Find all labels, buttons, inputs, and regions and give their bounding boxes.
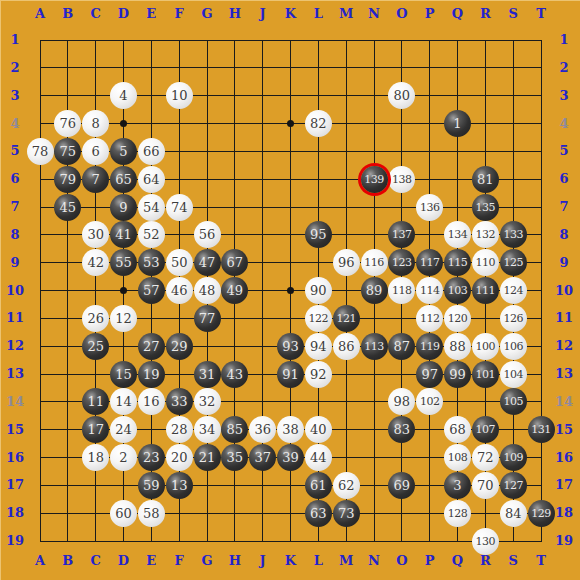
col-label-bottom-H: H [223, 554, 247, 568]
stone-N12-move-113[interactable]: 113 [361, 333, 388, 360]
col-label-bottom-D: D [112, 554, 136, 568]
stone-R9-move-110[interactable]: 110 [472, 249, 499, 276]
stone-D16-move-2[interactable]: 2 [110, 444, 137, 471]
stone-P13-move-97[interactable]: 97 [416, 361, 443, 388]
stone-E16-move-23[interactable]: 23 [138, 444, 165, 471]
stone-K15-move-38[interactable]: 38 [277, 416, 304, 443]
stone-move-number: 72 [477, 451, 494, 464]
stone-move-number: 75 [60, 145, 77, 158]
stone-move-number: 27 [143, 340, 160, 353]
stone-move-number: 10 [171, 89, 188, 102]
stone-F12-move-29[interactable]: 29 [166, 333, 193, 360]
stone-F9-move-50[interactable]: 50 [166, 249, 193, 276]
stone-D11-move-12[interactable]: 12 [110, 305, 137, 332]
stone-C11-move-26[interactable]: 26 [82, 305, 109, 332]
stone-E6-move-64[interactable]: 64 [138, 166, 165, 193]
col-label-bottom-K: K [279, 554, 303, 568]
stone-F10-move-46[interactable]: 46 [166, 277, 193, 304]
stone-G10-move-48[interactable]: 48 [194, 277, 221, 304]
stone-move-number: 138 [392, 174, 412, 185]
stone-move-number: 112 [420, 313, 440, 324]
stone-move-number: 4 [119, 89, 127, 102]
stone-Q15-move-68[interactable]: 68 [444, 416, 471, 443]
row-label-left-5: 5 [3, 144, 27, 158]
stone-E9-move-53[interactable]: 53 [138, 249, 165, 276]
stone-move-number: 65 [115, 173, 132, 186]
stone-move-number: 96 [338, 256, 355, 269]
stone-move-number: 41 [115, 228, 132, 241]
stone-move-number: 53 [143, 256, 160, 269]
col-label-bottom-S: S [501, 554, 525, 568]
stone-C6-move-7[interactable]: 7 [82, 166, 109, 193]
stone-F17-move-13[interactable]: 13 [166, 472, 193, 499]
stone-move-number: 128 [448, 508, 468, 519]
stone-F3-move-10[interactable]: 10 [166, 82, 193, 109]
stone-move-number: 133 [503, 229, 523, 240]
stone-move-number: 63 [310, 507, 327, 520]
col-label-bottom-G: G [195, 554, 219, 568]
stone-move-number: 122 [309, 313, 329, 324]
stone-R15-move-107[interactable]: 107 [472, 416, 499, 443]
row-label-left-19: 19 [3, 534, 27, 548]
col-label-top-B: B [56, 7, 80, 21]
stone-move-number: 129 [531, 508, 551, 519]
stone-H9-move-67[interactable]: 67 [221, 249, 248, 276]
stone-move-number: 56 [199, 228, 216, 241]
col-label-top-N: N [362, 7, 386, 21]
stone-S14-move-105[interactable]: 105 [500, 388, 527, 415]
stone-B6-move-79[interactable]: 79 [54, 166, 81, 193]
stone-E10-move-57[interactable]: 57 [138, 277, 165, 304]
stone-R6-move-81[interactable]: 81 [472, 166, 499, 193]
stone-P10-move-114[interactable]: 114 [416, 277, 443, 304]
stone-J15-move-36[interactable]: 36 [249, 416, 276, 443]
row-label-right-5: 5 [552, 144, 576, 158]
row-label-right-10: 10 [552, 284, 576, 298]
stone-move-number: 124 [503, 285, 523, 296]
col-label-top-Q: Q [446, 7, 470, 21]
stone-E17-move-59[interactable]: 59 [138, 472, 165, 499]
col-label-bottom-O: O [390, 554, 414, 568]
stone-H15-move-85[interactable]: 85 [221, 416, 248, 443]
stone-G16-move-21[interactable]: 21 [194, 444, 221, 471]
stone-move-number: 102 [420, 396, 440, 407]
stone-P11-move-112[interactable]: 112 [416, 305, 443, 332]
stone-move-number: 131 [531, 424, 551, 435]
stone-Q18-move-128[interactable]: 128 [444, 500, 471, 527]
stone-move-number: 44 [310, 451, 327, 464]
stone-move-number: 38 [282, 423, 299, 436]
row-label-right-17: 17 [552, 478, 576, 492]
stone-O3-move-80[interactable]: 80 [388, 82, 415, 109]
col-label-bottom-A: A [28, 554, 52, 568]
stone-O14-move-98[interactable]: 98 [388, 388, 415, 415]
stone-A5-move-78[interactable]: 78 [27, 138, 54, 165]
stone-R10-move-111[interactable]: 111 [472, 277, 499, 304]
col-label-top-M: M [334, 7, 358, 21]
stone-S12-move-106[interactable]: 106 [500, 333, 527, 360]
stone-Q11-move-120[interactable]: 120 [444, 305, 471, 332]
row-label-left-4: 4 [3, 117, 27, 131]
stone-move-number: 110 [476, 257, 496, 268]
stone-move-number: 19 [143, 368, 160, 381]
stone-E5-move-66[interactable]: 66 [138, 138, 165, 165]
stone-D14-move-14[interactable]: 14 [110, 388, 137, 415]
stone-K13-move-91[interactable]: 91 [277, 361, 304, 388]
stone-S13-move-104[interactable]: 104 [500, 361, 527, 388]
stone-move-number: 99 [449, 368, 466, 381]
stone-move-number: 12 [115, 312, 132, 325]
col-label-top-S: S [501, 7, 525, 21]
row-label-right-11: 11 [552, 311, 576, 325]
row-label-left-12: 12 [3, 339, 27, 353]
col-label-bottom-L: L [306, 554, 330, 568]
stone-M12-move-86[interactable]: 86 [333, 333, 360, 360]
stone-Q16-move-108[interactable]: 108 [444, 444, 471, 471]
stone-move-number: 98 [394, 395, 411, 408]
stone-E14-move-16[interactable]: 16 [138, 388, 165, 415]
stone-C9-move-42[interactable]: 42 [82, 249, 109, 276]
row-label-right-6: 6 [552, 172, 576, 186]
stone-F15-move-28[interactable]: 28 [166, 416, 193, 443]
col-label-bottom-R: R [473, 554, 497, 568]
stone-move-number: 21 [199, 451, 216, 464]
stone-S16-move-109[interactable]: 109 [500, 444, 527, 471]
stone-L4-move-82[interactable]: 82 [305, 110, 332, 137]
stone-move-number: 36 [254, 423, 271, 436]
stone-move-number: 89 [366, 284, 383, 297]
row-label-left-15: 15 [3, 423, 27, 437]
stone-move-number: 50 [171, 256, 188, 269]
stone-E18-move-58[interactable]: 58 [138, 500, 165, 527]
col-label-top-O: O [390, 7, 414, 21]
stone-Q17-move-3[interactable]: 3 [444, 472, 471, 499]
stone-move-number: 42 [87, 256, 104, 269]
stone-G13-move-31[interactable]: 31 [194, 361, 221, 388]
stone-R13-move-101[interactable]: 101 [472, 361, 499, 388]
stone-C15-move-17[interactable]: 17 [82, 416, 109, 443]
stone-P9-move-117[interactable]: 117 [416, 249, 443, 276]
col-label-top-G: G [195, 7, 219, 21]
row-label-left-18: 18 [3, 506, 27, 520]
stone-move-number: 32 [199, 395, 216, 408]
stone-S17-move-127[interactable]: 127 [500, 472, 527, 499]
stone-move-number: 57 [143, 284, 160, 297]
stone-O12-move-87[interactable]: 87 [388, 333, 415, 360]
row-label-right-1: 1 [552, 33, 576, 47]
stone-G11-move-77[interactable]: 77 [194, 305, 221, 332]
stone-move-number: 74 [171, 201, 188, 214]
stone-Q13-move-99[interactable]: 99 [444, 361, 471, 388]
stone-S11-move-126[interactable]: 126 [500, 305, 527, 332]
stone-move-number: 35 [227, 451, 244, 464]
stone-T18-move-129[interactable]: 129 [528, 500, 555, 527]
stone-move-number: 28 [171, 423, 188, 436]
star-point-K10 [287, 287, 294, 294]
stone-M9-move-96[interactable]: 96 [333, 249, 360, 276]
col-label-top-K: K [279, 7, 303, 21]
stone-move-number: 134 [448, 229, 468, 240]
stone-D13-move-15[interactable]: 15 [110, 361, 137, 388]
row-label-left-1: 1 [3, 33, 27, 47]
stone-R12-move-100[interactable]: 100 [472, 333, 499, 360]
stone-O15-move-83[interactable]: 83 [388, 416, 415, 443]
stone-O17-move-69[interactable]: 69 [388, 472, 415, 499]
stone-C14-move-11[interactable]: 11 [82, 388, 109, 415]
stone-Q10-move-103[interactable]: 103 [444, 277, 471, 304]
stone-move-number: 59 [143, 479, 160, 492]
row-label-left-2: 2 [3, 61, 27, 75]
stone-move-number: 80 [394, 89, 411, 102]
row-label-right-12: 12 [552, 339, 576, 353]
stone-move-number: 106 [503, 341, 523, 352]
col-label-top-L: L [306, 7, 330, 21]
stone-D7-move-9[interactable]: 9 [110, 194, 137, 221]
stone-K16-move-39[interactable]: 39 [277, 444, 304, 471]
row-label-left-10: 10 [3, 284, 27, 298]
stone-G15-move-34[interactable]: 34 [194, 416, 221, 443]
stone-E7-move-54[interactable]: 54 [138, 194, 165, 221]
stone-move-number: 6 [92, 145, 100, 158]
stone-move-number: 66 [143, 145, 160, 158]
stone-Q8-move-134[interactable]: 134 [444, 221, 471, 248]
stone-move-number: 105 [503, 396, 523, 407]
stone-move-number: 58 [143, 507, 160, 520]
stone-H16-move-35[interactable]: 35 [221, 444, 248, 471]
stone-move-number: 48 [199, 284, 216, 297]
stone-move-number: 1 [453, 117, 461, 130]
stone-Q9-move-115[interactable]: 115 [444, 249, 471, 276]
stone-move-number: 94 [310, 340, 327, 353]
stone-move-number: 117 [420, 257, 440, 268]
stone-P12-move-119[interactable]: 119 [416, 333, 443, 360]
stone-move-number: 3 [453, 479, 461, 492]
stone-C16-move-18[interactable]: 18 [82, 444, 109, 471]
stone-move-number: 104 [503, 369, 523, 380]
stone-O8-move-137[interactable]: 137 [388, 221, 415, 248]
row-label-left-16: 16 [3, 451, 27, 465]
stone-L17-move-61[interactable]: 61 [305, 472, 332, 499]
grid-line-horizontal [40, 541, 542, 542]
stone-move-number: 37 [254, 451, 271, 464]
stone-move-number: 111 [476, 285, 496, 296]
star-point-D10 [120, 287, 127, 294]
col-label-bottom-C: C [84, 554, 108, 568]
stone-move-number: 46 [171, 284, 188, 297]
stone-move-number: 68 [449, 423, 466, 436]
stone-move-number: 31 [199, 368, 216, 381]
stone-move-number: 82 [310, 117, 327, 130]
stone-K12-move-93[interactable]: 93 [277, 333, 304, 360]
stone-move-number: 85 [227, 423, 244, 436]
stone-move-number: 67 [227, 256, 244, 269]
stone-F16-move-20[interactable]: 20 [166, 444, 193, 471]
stone-E8-move-52[interactable]: 52 [138, 221, 165, 248]
stone-L13-move-92[interactable]: 92 [305, 361, 332, 388]
stone-move-number: 97 [421, 368, 438, 381]
stone-E13-move-19[interactable]: 19 [138, 361, 165, 388]
col-label-bottom-Q: Q [446, 554, 470, 568]
stone-move-number: 29 [171, 340, 188, 353]
stone-move-number: 64 [143, 173, 160, 186]
stone-F7-move-74[interactable]: 74 [166, 194, 193, 221]
col-label-bottom-M: M [334, 554, 358, 568]
row-label-right-19: 19 [552, 534, 576, 548]
stone-G9-move-47[interactable]: 47 [194, 249, 221, 276]
row-label-left-6: 6 [3, 172, 27, 186]
stone-move-number: 135 [476, 202, 496, 213]
stone-C8-move-30[interactable]: 30 [82, 221, 109, 248]
stone-D5-move-5[interactable]: 5 [110, 138, 137, 165]
stone-move-number: 81 [477, 173, 494, 186]
stone-move-number: 100 [476, 341, 496, 352]
row-label-left-17: 17 [3, 478, 27, 492]
stone-L18-move-63[interactable]: 63 [305, 500, 332, 527]
col-label-top-A: A [28, 7, 52, 21]
stone-Q12-move-88[interactable]: 88 [444, 333, 471, 360]
stone-L12-move-94[interactable]: 94 [305, 333, 332, 360]
stone-move-number: 120 [448, 313, 468, 324]
stone-L15-move-40[interactable]: 40 [305, 416, 332, 443]
stone-move-number: 113 [364, 341, 384, 352]
stone-O6-move-138[interactable]: 138 [388, 166, 415, 193]
stone-R17-move-70[interactable]: 70 [472, 472, 499, 499]
stone-Q4-move-1[interactable]: 1 [444, 110, 471, 137]
row-label-right-2: 2 [552, 61, 576, 75]
stone-S9-move-125[interactable]: 125 [500, 249, 527, 276]
stone-move-number: 23 [143, 451, 160, 464]
stone-L11-move-122[interactable]: 122 [305, 305, 332, 332]
stone-move-number: 118 [392, 285, 412, 296]
col-label-top-F: F [167, 7, 191, 21]
grid-line-vertical [541, 40, 542, 542]
stone-J16-move-37[interactable]: 37 [249, 444, 276, 471]
stone-move-number: 95 [310, 228, 327, 241]
stone-L8-move-95[interactable]: 95 [305, 221, 332, 248]
stone-move-number: 16 [143, 395, 160, 408]
stone-D15-move-24[interactable]: 24 [110, 416, 137, 443]
stone-move-number: 62 [338, 479, 355, 492]
stone-E12-move-27[interactable]: 27 [138, 333, 165, 360]
stone-H10-move-49[interactable]: 49 [221, 277, 248, 304]
stone-D6-move-65[interactable]: 65 [110, 166, 137, 193]
stone-R16-move-72[interactable]: 72 [472, 444, 499, 471]
stone-M18-move-73[interactable]: 73 [333, 500, 360, 527]
row-label-left-11: 11 [3, 311, 27, 325]
row-label-left-3: 3 [3, 89, 27, 103]
stone-S8-move-133[interactable]: 133 [500, 221, 527, 248]
stone-H13-move-43[interactable]: 43 [221, 361, 248, 388]
stone-B7-move-45[interactable]: 45 [54, 194, 81, 221]
stone-move-number: 109 [503, 452, 523, 463]
stone-C4-move-8[interactable]: 8 [82, 110, 109, 137]
stone-move-number: 87 [394, 340, 411, 353]
stone-move-number: 103 [448, 285, 468, 296]
stone-M17-move-62[interactable]: 62 [333, 472, 360, 499]
stone-B5-move-75[interactable]: 75 [54, 138, 81, 165]
col-label-top-H: H [223, 7, 247, 21]
stone-C12-move-25[interactable]: 25 [82, 333, 109, 360]
stone-O9-move-123[interactable]: 123 [388, 249, 415, 276]
stone-T15-move-131[interactable]: 131 [528, 416, 555, 443]
row-label-right-13: 13 [552, 367, 576, 381]
stone-D9-move-55[interactable]: 55 [110, 249, 137, 276]
row-label-left-7: 7 [3, 200, 27, 214]
stone-move-number: 83 [394, 423, 411, 436]
stone-G8-move-56[interactable]: 56 [194, 221, 221, 248]
grid-line-vertical [346, 40, 347, 542]
col-label-bottom-F: F [167, 554, 191, 568]
stone-move-number: 43 [227, 368, 244, 381]
stone-N10-move-89[interactable]: 89 [361, 277, 388, 304]
stone-P14-move-102[interactable]: 102 [416, 388, 443, 415]
stone-move-number: 45 [60, 201, 77, 214]
stone-move-number: 7 [92, 173, 100, 186]
stone-O10-move-118[interactable]: 118 [388, 277, 415, 304]
stone-move-number: 60 [115, 507, 132, 520]
stone-move-number: 17 [87, 423, 104, 436]
col-label-bottom-N: N [362, 554, 386, 568]
star-point-D4 [120, 120, 127, 127]
stone-move-number: 8 [92, 117, 100, 130]
row-label-right-7: 7 [552, 200, 576, 214]
stone-L16-move-44[interactable]: 44 [305, 444, 332, 471]
row-label-left-9: 9 [3, 256, 27, 270]
stone-move-number: 119 [420, 341, 440, 352]
row-label-right-9: 9 [552, 256, 576, 270]
stone-N9-move-116[interactable]: 116 [361, 249, 388, 276]
stone-L10-move-90[interactable]: 90 [305, 277, 332, 304]
stone-R8-move-132[interactable]: 132 [472, 221, 499, 248]
col-label-top-J: J [251, 7, 275, 21]
stone-D8-move-41[interactable]: 41 [110, 221, 137, 248]
stone-F14-move-33[interactable]: 33 [166, 388, 193, 415]
stone-move-number: 14 [115, 395, 132, 408]
stone-move-number: 52 [143, 228, 160, 241]
stone-R19-move-130[interactable]: 130 [472, 528, 499, 555]
stone-G14-move-32[interactable]: 32 [194, 388, 221, 415]
stone-move-number: 33 [171, 395, 188, 408]
stone-move-number: 92 [310, 368, 327, 381]
stone-move-number: 9 [119, 201, 127, 214]
stone-D18-move-60[interactable]: 60 [110, 500, 137, 527]
stone-move-number: 78 [32, 145, 49, 158]
stone-M11-move-121[interactable]: 121 [333, 305, 360, 332]
stone-C5-move-6[interactable]: 6 [82, 138, 109, 165]
stone-D3-move-4[interactable]: 4 [110, 82, 137, 109]
stone-move-number: 88 [449, 340, 466, 353]
stone-S10-move-124[interactable]: 124 [500, 277, 527, 304]
stone-B4-move-76[interactable]: 76 [54, 110, 81, 137]
stone-move-number: 34 [199, 423, 216, 436]
stone-move-number: 91 [282, 368, 299, 381]
stone-N6-move-139[interactable]: 139 [361, 166, 388, 193]
go-board-panel: ABCDEFGHJKLMNOPQRST ABCDEFGHJKLMNOPQRST … [0, 0, 580, 580]
stone-move-number: 18 [87, 451, 104, 464]
stone-move-number: 5 [119, 145, 127, 158]
stone-R7-move-135[interactable]: 135 [472, 194, 499, 221]
stone-move-number: 115 [448, 257, 468, 268]
stone-move-number: 2 [119, 451, 127, 464]
stone-S18-move-84[interactable]: 84 [500, 500, 527, 527]
stone-move-number: 76 [60, 117, 77, 130]
stone-move-number: 15 [115, 368, 132, 381]
stone-P7-move-136[interactable]: 136 [416, 194, 443, 221]
stone-move-number: 70 [477, 479, 494, 492]
col-label-top-T: T [529, 7, 553, 21]
row-label-left-8: 8 [3, 228, 27, 242]
row-label-right-15: 15 [552, 423, 576, 437]
